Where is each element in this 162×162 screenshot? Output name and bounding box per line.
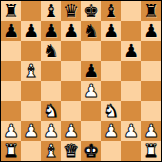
square-h1[interactable]: ♜ <box>141 141 161 161</box>
square-e1[interactable]: ♚ <box>81 141 101 161</box>
square-e8[interactable]: ♚ <box>81 1 101 21</box>
square-g8[interactable] <box>121 1 141 21</box>
square-g3[interactable] <box>121 101 141 121</box>
black-queen[interactable]: ♛ <box>63 1 79 21</box>
square-c5[interactable] <box>41 61 61 81</box>
square-g6[interactable]: ♟ <box>121 41 141 61</box>
white-knight[interactable]: ♞ <box>103 101 119 121</box>
square-b4[interactable] <box>21 81 41 101</box>
square-a3[interactable] <box>1 101 21 121</box>
square-d8[interactable]: ♛ <box>61 1 81 21</box>
square-a1[interactable]: ♜ <box>1 141 21 161</box>
white-rook[interactable]: ♜ <box>143 141 159 161</box>
square-e5[interactable]: ♟ <box>81 61 101 81</box>
white-bishop[interactable]: ♝ <box>23 61 39 81</box>
white-pawn[interactable]: ♟ <box>123 121 139 141</box>
square-d4[interactable] <box>61 81 81 101</box>
square-e3[interactable] <box>81 101 101 121</box>
square-a2[interactable]: ♟ <box>1 121 21 141</box>
square-b1[interactable] <box>21 141 41 161</box>
square-h8[interactable]: ♜ <box>141 1 161 21</box>
black-bishop[interactable]: ♝ <box>43 1 59 21</box>
square-h6[interactable] <box>141 41 161 61</box>
square-a7[interactable]: ♟ <box>1 21 21 41</box>
black-pawn[interactable]: ♟ <box>103 21 119 41</box>
square-c4[interactable] <box>41 81 61 101</box>
square-f2[interactable]: ♟ <box>101 121 121 141</box>
square-g1[interactable] <box>121 141 141 161</box>
square-b5[interactable]: ♝ <box>21 61 41 81</box>
square-c6[interactable]: ♞ <box>41 41 61 61</box>
white-pawn[interactable]: ♟ <box>43 121 59 141</box>
square-c2[interactable]: ♟ <box>41 121 61 141</box>
square-c1[interactable]: ♝ <box>41 141 61 161</box>
square-a8[interactable]: ♜ <box>1 1 21 21</box>
square-e7[interactable]: ♞ <box>81 21 101 41</box>
square-a4[interactable] <box>1 81 21 101</box>
square-f5[interactable] <box>101 61 121 81</box>
square-d5[interactable] <box>61 61 81 81</box>
chess-board-frame: ♜♝♛♚♝♜♟♟♟♟♞♟♟♞♟♝♟♟♞♞♟♟♟♟♟♟♟♜♝♛♚♜ <box>0 0 162 162</box>
white-king[interactable]: ♚ <box>83 141 99 161</box>
square-h3[interactable] <box>141 101 161 121</box>
white-bishop[interactable]: ♝ <box>43 141 59 161</box>
square-d2[interactable]: ♟ <box>61 121 81 141</box>
square-g5[interactable] <box>121 61 141 81</box>
square-d1[interactable]: ♛ <box>61 141 81 161</box>
square-b2[interactable]: ♟ <box>21 121 41 141</box>
square-a6[interactable] <box>1 41 21 61</box>
white-pawn[interactable]: ♟ <box>83 81 99 101</box>
black-pawn[interactable]: ♟ <box>3 21 19 41</box>
square-g2[interactable]: ♟ <box>121 121 141 141</box>
square-b7[interactable]: ♟ <box>21 21 41 41</box>
square-b8[interactable] <box>21 1 41 21</box>
black-rook[interactable]: ♜ <box>3 1 19 21</box>
black-pawn[interactable]: ♟ <box>23 21 39 41</box>
black-pawn[interactable]: ♟ <box>83 61 99 81</box>
black-knight[interactable]: ♞ <box>83 21 99 41</box>
square-d3[interactable] <box>61 101 81 121</box>
white-pawn[interactable]: ♟ <box>3 121 19 141</box>
square-e6[interactable] <box>81 41 101 61</box>
square-b6[interactable] <box>21 41 41 61</box>
white-pawn[interactable]: ♟ <box>23 121 39 141</box>
black-rook[interactable]: ♜ <box>143 1 159 21</box>
white-queen[interactable]: ♛ <box>63 141 79 161</box>
square-h5[interactable] <box>141 61 161 81</box>
square-f7[interactable]: ♟ <box>101 21 121 41</box>
square-f8[interactable]: ♝ <box>101 1 121 21</box>
black-pawn[interactable]: ♟ <box>143 21 159 41</box>
black-king[interactable]: ♚ <box>83 1 99 21</box>
chess-board: ♜♝♛♚♝♜♟♟♟♟♞♟♟♞♟♝♟♟♞♞♟♟♟♟♟♟♟♜♝♛♚♜ <box>1 1 161 161</box>
square-f4[interactable] <box>101 81 121 101</box>
square-h2[interactable]: ♟ <box>141 121 161 141</box>
square-h4[interactable] <box>141 81 161 101</box>
square-c3[interactable]: ♞ <box>41 101 61 121</box>
square-f6[interactable] <box>101 41 121 61</box>
square-c7[interactable]: ♟ <box>41 21 61 41</box>
square-b3[interactable] <box>21 101 41 121</box>
white-knight[interactable]: ♞ <box>43 101 59 121</box>
square-g7[interactable] <box>121 21 141 41</box>
white-rook[interactable]: ♜ <box>3 141 19 161</box>
square-d6[interactable] <box>61 41 81 61</box>
square-c8[interactable]: ♝ <box>41 1 61 21</box>
square-f1[interactable] <box>101 141 121 161</box>
black-pawn[interactable]: ♟ <box>43 21 59 41</box>
white-pawn[interactable]: ♟ <box>143 121 159 141</box>
square-g4[interactable] <box>121 81 141 101</box>
square-e2[interactable] <box>81 121 101 141</box>
black-knight[interactable]: ♞ <box>43 41 59 61</box>
black-pawn[interactable]: ♟ <box>123 41 139 61</box>
square-h7[interactable]: ♟ <box>141 21 161 41</box>
square-e4[interactable]: ♟ <box>81 81 101 101</box>
black-pawn[interactable]: ♟ <box>63 21 79 41</box>
square-a5[interactable] <box>1 61 21 81</box>
white-pawn[interactable]: ♟ <box>103 121 119 141</box>
black-bishop[interactable]: ♝ <box>103 1 119 21</box>
square-f3[interactable]: ♞ <box>101 101 121 121</box>
white-pawn[interactable]: ♟ <box>63 121 79 141</box>
square-d7[interactable]: ♟ <box>61 21 81 41</box>
